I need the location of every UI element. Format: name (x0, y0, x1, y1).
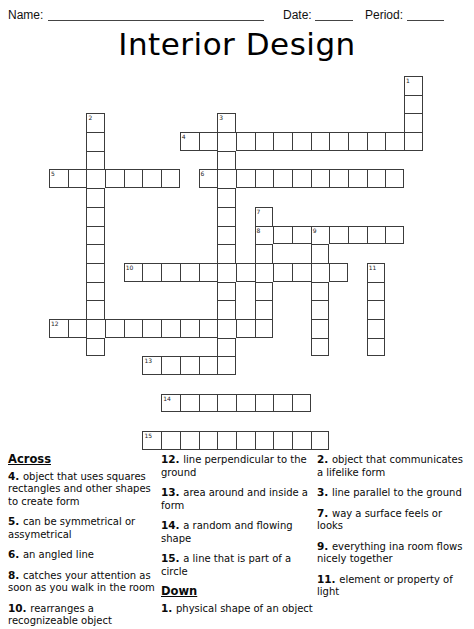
grid-cell[interactable] (86, 207, 105, 226)
grid-cell[interactable] (217, 244, 236, 263)
clue-number: 13 (144, 357, 152, 364)
clue-down-1: 1. physical shape of an object (161, 602, 313, 616)
grid-cell[interactable] (86, 282, 105, 301)
grid-cell[interactable] (311, 431, 330, 450)
grid-cell[interactable] (329, 169, 348, 188)
grid-cell[interactable] (273, 169, 292, 188)
grid-cell[interactable] (217, 300, 236, 319)
grid-cell[interactable] (404, 95, 423, 114)
grid-cell[interactable]: 15 (142, 431, 161, 450)
grid-cell[interactable] (86, 132, 105, 151)
grid-cell[interactable] (367, 226, 386, 245)
grid-cell[interactable]: 3 (217, 113, 236, 132)
grid-cell[interactable] (292, 394, 311, 413)
grid-cell[interactable] (367, 338, 386, 357)
period-blank-line (407, 7, 444, 21)
grid-cell[interactable] (311, 244, 330, 263)
grid-cell[interactable] (311, 300, 330, 319)
clue-number: 8 (257, 227, 261, 234)
grid-cell[interactable] (68, 169, 87, 188)
grid-cell[interactable] (404, 132, 423, 151)
grid-cell[interactable] (217, 319, 236, 338)
grid-cell[interactable] (367, 300, 386, 319)
grid-cell[interactable] (255, 319, 274, 338)
grid-cell[interactable] (161, 431, 180, 450)
grid-cell[interactable]: 1 (404, 76, 423, 95)
grid-cell[interactable] (329, 226, 348, 245)
grid-cell[interactable] (311, 338, 330, 357)
grid-cell[interactable] (180, 394, 199, 413)
grid-cell[interactable] (292, 431, 311, 450)
grid-cell[interactable]: 9 (311, 226, 330, 245)
grid-cell[interactable]: 6 (199, 169, 218, 188)
crossword-grid: 123456789101112131415 (49, 76, 423, 450)
grid-cell[interactable] (273, 431, 292, 450)
clue-number: 11 (369, 264, 377, 271)
grid-cell[interactable] (273, 132, 292, 151)
clue-across-6: 6. an angled line (8, 548, 160, 562)
grid-cell[interactable] (385, 226, 404, 245)
worksheet-page: Name: Date: Period: Interior Design 1234… (0, 0, 474, 629)
grid-cell[interactable] (404, 113, 423, 132)
grid-cell[interactable] (273, 226, 292, 245)
grid-cell[interactable]: 10 (124, 263, 143, 282)
clue-across-5: 5. can be symmetrical or assymetrical (8, 515, 160, 541)
clue-across-15: 15. a line that is part of a circle (161, 552, 313, 578)
grid-cell[interactable] (367, 132, 386, 151)
grid-cell[interactable] (255, 169, 274, 188)
clue-down-3: 3. line parallel to the ground (317, 486, 470, 500)
grid-cell[interactable] (236, 263, 255, 282)
period-label: Period: (365, 8, 403, 22)
grid-cell[interactable] (329, 263, 348, 282)
grid-cell[interactable] (217, 356, 236, 375)
grid-cell[interactable]: 13 (142, 356, 161, 375)
grid-cell[interactable]: 4 (180, 132, 199, 151)
grid-cell[interactable] (292, 169, 311, 188)
grid-cell[interactable] (124, 319, 143, 338)
grid-cell[interactable] (86, 169, 105, 188)
grid-cell[interactable] (217, 132, 236, 151)
grid-cell[interactable] (348, 132, 367, 151)
grid-cell[interactable] (255, 431, 274, 450)
grid-cell[interactable] (217, 394, 236, 413)
page-title: Interior Design (0, 26, 474, 62)
grid-cell[interactable] (105, 319, 124, 338)
grid-cell[interactable]: 7 (255, 207, 274, 226)
grid-cell[interactable] (255, 132, 274, 151)
grid-cell[interactable] (180, 319, 199, 338)
grid-cell[interactable] (329, 132, 348, 151)
clue-number: 4 (182, 133, 186, 140)
grid-cell[interactable] (311, 319, 330, 338)
grid-cell[interactable]: 12 (49, 319, 68, 338)
grid-cell[interactable] (180, 356, 199, 375)
grid-cell[interactable] (142, 169, 161, 188)
clue-number: 1 (406, 77, 410, 84)
clue-across-4: 4. object that uses squares rectangles a… (8, 470, 160, 509)
grid-cell[interactable]: 2 (86, 113, 105, 132)
grid-cell[interactable]: 5 (49, 169, 68, 188)
grid-cell[interactable] (217, 226, 236, 245)
grid-cell[interactable] (273, 263, 292, 282)
grid-cell[interactable] (217, 263, 236, 282)
grid-cell[interactable] (255, 300, 274, 319)
name-blank-line (48, 7, 264, 21)
grid-cell[interactable] (367, 169, 386, 188)
grid-cell[interactable] (199, 132, 218, 151)
grid-cell[interactable] (255, 244, 274, 263)
grid-cell[interactable] (86, 244, 105, 263)
grid-cell[interactable] (311, 282, 330, 301)
grid-cell[interactable] (273, 394, 292, 413)
across-header: Across (8, 453, 160, 466)
grid-cell[interactable] (348, 226, 367, 245)
worksheet-header: Name: Date: Period: (0, 0, 474, 26)
grid-cell[interactable] (292, 263, 311, 282)
name-label: Name: (8, 8, 43, 22)
grid-cell[interactable] (124, 169, 143, 188)
clue-down-9: 9. everything ina room flows nicely toge… (317, 540, 470, 566)
grid-cell[interactable] (161, 263, 180, 282)
clue-down-7: 7. way a surface feels or looks (317, 507, 470, 533)
grid-cell[interactable] (236, 319, 255, 338)
clue-number: 10 (126, 264, 134, 271)
grid-cell[interactable] (236, 394, 255, 413)
clue-number: 5 (51, 170, 55, 177)
grid-cell[interactable] (161, 169, 180, 188)
grid-cell[interactable] (292, 226, 311, 245)
clue-number: 3 (219, 114, 223, 121)
grid-cell[interactable] (255, 394, 274, 413)
grid-cell[interactable] (86, 151, 105, 170)
grid-cell[interactable] (180, 263, 199, 282)
grid-cell[interactable] (236, 431, 255, 450)
clue-number: 7 (257, 208, 261, 215)
grid-cell[interactable] (142, 319, 161, 338)
grid-cell[interactable] (367, 282, 386, 301)
clue-number: 6 (201, 170, 205, 177)
date-label: Date: (283, 8, 312, 22)
grid-cell[interactable] (161, 356, 180, 375)
grid-cell[interactable] (348, 169, 367, 188)
grid-cell[interactable] (180, 431, 199, 450)
clue-across-14: 14. a random and flowing shape (161, 519, 313, 545)
grid-cell[interactable] (236, 132, 255, 151)
grid-cell[interactable] (68, 319, 87, 338)
clue-column-middle: 12. line perpendicular to the ground13. … (161, 453, 313, 622)
grid-cell[interactable] (311, 169, 330, 188)
down-header: Down (161, 585, 313, 598)
clue-down-11: 11. element or property of light (317, 573, 470, 599)
clue-across-12: 12. line perpendicular to the ground (161, 453, 313, 479)
grid-cell[interactable]: 14 (161, 394, 180, 413)
grid-cell[interactable] (86, 188, 105, 207)
grid-cell[interactable] (161, 319, 180, 338)
grid-cell[interactable] (255, 282, 274, 301)
grid-cell[interactable] (292, 132, 311, 151)
grid-cell[interactable] (86, 338, 105, 357)
clue-across-13: 13. area around and inside a form (161, 486, 313, 512)
grid-cell[interactable] (217, 431, 236, 450)
clue-across-10: 10. rearranges a recognizeable object (8, 602, 160, 628)
grid-cell[interactable] (199, 394, 218, 413)
grid-cell[interactable] (217, 207, 236, 226)
grid-cell[interactable] (217, 188, 236, 207)
clue-number: 15 (144, 432, 152, 439)
grid-cell[interactable] (217, 151, 236, 170)
grid-cell[interactable] (217, 338, 236, 357)
grid-cell[interactable] (86, 319, 105, 338)
grid-cell[interactable] (86, 300, 105, 319)
clue-column-left: Across4. object that uses squares rectan… (8, 453, 160, 629)
date-blank-line (315, 7, 353, 21)
grid-cell[interactable] (199, 431, 218, 450)
grid-cell[interactable] (385, 132, 404, 151)
grid-cell[interactable]: 11 (367, 263, 386, 282)
clue-number: 9 (313, 227, 317, 234)
grid-cell[interactable] (217, 169, 236, 188)
grid-cell[interactable] (86, 263, 105, 282)
clue-number: 2 (88, 114, 92, 121)
grid-cell[interactable] (142, 263, 161, 282)
grid-cell[interactable] (255, 263, 274, 282)
clue-number: 14 (163, 395, 171, 402)
grid-cell[interactable] (217, 282, 236, 301)
clue-down-2: 2. object that communicates a lifelike f… (317, 453, 470, 479)
grid-cell[interactable] (86, 226, 105, 245)
grid-cell[interactable] (199, 263, 218, 282)
grid-cell[interactable] (311, 132, 330, 151)
clue-across-8: 8. catches your attention as soon as you… (8, 569, 160, 595)
grid-cell[interactable] (311, 263, 330, 282)
grid-cell[interactable] (367, 319, 386, 338)
grid-cell[interactable] (199, 319, 218, 338)
grid-cell[interactable] (199, 356, 218, 375)
clue-column-right: 2. object that communicates a lifelike f… (317, 453, 470, 606)
grid-cell[interactable] (385, 169, 404, 188)
grid-cell[interactable]: 8 (255, 226, 274, 245)
clue-number: 12 (51, 320, 59, 327)
grid-cell[interactable] (105, 169, 124, 188)
grid-cell[interactable] (236, 169, 255, 188)
